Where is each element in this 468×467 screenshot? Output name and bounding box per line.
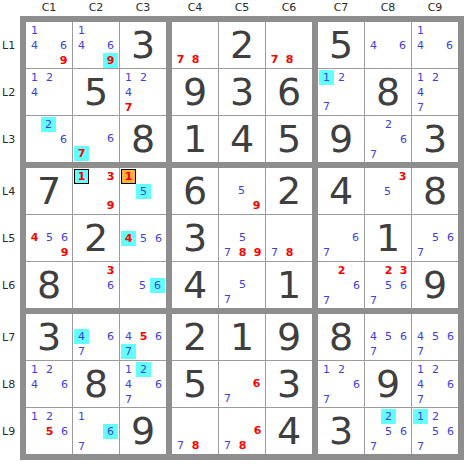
candidate-2[interactable]: 2 xyxy=(41,117,56,132)
candidate-7[interactable]: 7 xyxy=(319,293,334,308)
candidate-7[interactable]: 7 xyxy=(74,344,89,359)
cell-L1C6[interactable]: 78 xyxy=(266,22,312,68)
candidate-1[interactable]: 1 xyxy=(319,70,334,85)
cell-L6C6[interactable]: 1 xyxy=(266,262,312,308)
candidate-8[interactable]: 8 xyxy=(188,438,203,453)
candidate-2[interactable]: 2 xyxy=(381,409,396,424)
candidate-5[interactable]: 5 xyxy=(380,184,395,199)
cell-L7C8[interactable]: 4567 xyxy=(365,314,411,360)
cell-L3C1[interactable]: 26 xyxy=(26,116,72,162)
candidate-6[interactable]: 6 xyxy=(349,278,364,293)
column-label-C7: C7 xyxy=(318,0,364,16)
candidate-1[interactable]: 1 xyxy=(413,70,428,85)
candidate-6[interactable]: 6 xyxy=(348,230,363,245)
candidate-1[interactable]: 1 xyxy=(121,169,136,184)
cell-L8C7[interactable]: 1267 xyxy=(318,361,364,407)
column-label-C6: C6 xyxy=(266,0,312,16)
cell-value: 8 xyxy=(84,365,108,403)
cell-L2C8[interactable]: 8 xyxy=(365,69,411,115)
cell-L8C4[interactable]: 5 xyxy=(172,361,218,407)
cell-L9C3[interactable]: 9 xyxy=(120,408,166,454)
candidate-5[interactable]: 5 xyxy=(234,183,249,198)
cell-L9C7[interactable]: 3 xyxy=(318,408,364,454)
cell-L6C8[interactable]: 23567 xyxy=(365,262,411,308)
candidate-7[interactable]: 7 xyxy=(121,100,136,115)
cell-value: 7 xyxy=(37,172,61,210)
candidate-4[interactable]: 4 xyxy=(74,329,89,344)
cell-L4C4[interactable]: 6 xyxy=(172,168,218,214)
cell-value: 4 xyxy=(277,412,301,450)
cell-value: 5 xyxy=(329,26,353,64)
candidate-4[interactable]: 4 xyxy=(121,377,136,392)
candidate-1[interactable]: 1 xyxy=(27,23,42,38)
candidate-6[interactable]: 6 xyxy=(56,38,71,53)
cell-L7C4[interactable]: 2 xyxy=(172,314,218,360)
box-2: 78278936145 xyxy=(172,22,312,162)
cell-L9C9[interactable]: 12567 xyxy=(412,408,458,454)
cell-L5C4[interactable]: 3 xyxy=(172,215,218,261)
candidate-8[interactable]: 8 xyxy=(282,52,297,67)
candidate-2[interactable]: 2 xyxy=(136,70,151,85)
cell-L7C3[interactable]: 4567 xyxy=(120,314,166,360)
cell-L1C5[interactable]: 2 xyxy=(219,22,265,68)
cell-L1C2[interactable]: 1469 xyxy=(73,22,119,68)
cell-L2C5[interactable]: 3 xyxy=(219,69,265,115)
candidate-2[interactable]: 2 xyxy=(42,409,57,424)
column-label-group-1: C1C2C3 xyxy=(26,0,166,16)
box-3: 5461461278124792673 xyxy=(318,22,458,162)
cell-L8C3[interactable]: 12467 xyxy=(120,361,166,407)
cell-L7C6[interactable]: 9 xyxy=(266,314,312,360)
candidate-4[interactable]: 4 xyxy=(413,377,428,392)
cell-value: 1 xyxy=(183,120,207,158)
row-label-L3: L3 xyxy=(0,116,20,162)
candidate-2[interactable]: 2 xyxy=(42,362,57,377)
cell-value: 3 xyxy=(131,26,155,64)
cell-L4C7[interactable]: 4 xyxy=(318,168,364,214)
candidate-4[interactable]: 4 xyxy=(121,329,136,344)
cell-L7C1[interactable]: 3 xyxy=(26,314,72,360)
cell-L8C9[interactable]: 12467 xyxy=(412,361,458,407)
candidate-3[interactable]: 3 xyxy=(103,263,118,278)
cell-value: 9 xyxy=(329,120,353,158)
candidate-1[interactable]: 1 xyxy=(121,362,136,377)
candidate-3[interactable]: 3 xyxy=(396,263,411,278)
candidate-4[interactable]: 4 xyxy=(74,38,89,53)
cell-value: 1 xyxy=(230,318,254,356)
candidate-4[interactable]: 4 xyxy=(27,85,42,100)
cell-value: 5 xyxy=(183,365,207,403)
cell-L5C6[interactable]: 78 xyxy=(266,215,312,261)
cell-L7C7[interactable]: 8 xyxy=(318,314,364,360)
candidate-5[interactable]: 5 xyxy=(42,424,57,439)
candidate-7[interactable]: 7 xyxy=(413,392,428,407)
board-row: L1L2L3L4L5L6L7L8L9 146914693124512472667… xyxy=(0,16,468,460)
candidate-5[interactable]: 5 xyxy=(428,424,443,439)
cell-value: 8 xyxy=(37,266,61,304)
cell-L2C1[interactable]: 124 xyxy=(26,69,72,115)
cell-L2C2[interactable]: 5 xyxy=(73,69,119,115)
cell-L9C8[interactable]: 2567 xyxy=(365,408,411,454)
box-5: 659235789784571 xyxy=(172,168,312,308)
cell-L5C8[interactable]: 1 xyxy=(365,215,411,261)
candidate-5[interactable]: 5 xyxy=(235,230,250,245)
cell-L2C4[interactable]: 9 xyxy=(172,69,218,115)
candidate-7[interactable]: 7 xyxy=(173,438,188,453)
column-label-group-3: C7C8C9 xyxy=(318,0,458,16)
cell-value: 2 xyxy=(183,318,207,356)
candidate-5[interactable]: 5 xyxy=(136,184,151,199)
column-label-C8: C8 xyxy=(365,0,411,16)
candidate-7[interactable]: 7 xyxy=(220,438,235,453)
row-label-L6: L6 xyxy=(0,262,20,308)
cell-L2C7[interactable]: 127 xyxy=(318,69,364,115)
candidate-2[interactable]: 2 xyxy=(42,70,57,85)
box-6: 4358671567267235679 xyxy=(318,168,458,308)
row-labels: L1L2L3L4L5L6L7L8L9 xyxy=(0,16,20,454)
candidate-5[interactable]: 5 xyxy=(381,424,396,439)
candidate-7[interactable]: 7 xyxy=(413,344,428,359)
cell-value: 9 xyxy=(376,365,400,403)
candidate-6[interactable]: 6 xyxy=(443,329,458,344)
cell-L5C5[interactable]: 5789 xyxy=(219,215,265,261)
candidate-6[interactable]: 6 xyxy=(443,377,458,392)
candidate-6[interactable]: 6 xyxy=(395,38,410,53)
cell-L9C4[interactable]: 78 xyxy=(172,408,218,454)
candidate-3[interactable]: 3 xyxy=(395,169,410,184)
candidate-2[interactable]: 2 xyxy=(381,117,396,132)
candidate-1[interactable]: 1 xyxy=(74,409,89,424)
box-9: 84567456712679124673256712567 xyxy=(318,314,458,454)
cell-value: 3 xyxy=(183,219,207,257)
cell-L3C4[interactable]: 1 xyxy=(172,116,218,162)
candidate-2[interactable]: 2 xyxy=(334,362,349,377)
candidate-6[interactable]: 6 xyxy=(442,38,457,53)
column-label-C4: C4 xyxy=(172,0,218,16)
cell-value: 6 xyxy=(277,73,301,111)
cell-value: 3 xyxy=(329,412,353,450)
candidate-7[interactable]: 7 xyxy=(319,245,334,260)
candidate-2[interactable]: 2 xyxy=(428,70,443,85)
cell-value: 5 xyxy=(277,120,301,158)
cell-L6C4[interactable]: 4 xyxy=(172,262,218,308)
candidate-7[interactable]: 7 xyxy=(74,439,89,454)
candidate-6[interactable]: 6 xyxy=(396,424,411,439)
cell-L8C6[interactable]: 3 xyxy=(266,361,312,407)
row-label-L4: L4 xyxy=(0,168,20,214)
candidate-8[interactable]: 8 xyxy=(188,52,203,67)
row-label-L1: L1 xyxy=(0,22,20,68)
cell-value: 8 xyxy=(329,318,353,356)
candidate-6[interactable]: 6 xyxy=(151,329,166,344)
cell-value: 3 xyxy=(37,318,61,356)
candidate-7[interactable]: 7 xyxy=(366,293,381,308)
candidate-1[interactable]: 1 xyxy=(413,23,428,38)
candidate-9[interactable]: 9 xyxy=(57,245,72,260)
cell-value: 3 xyxy=(230,73,254,111)
cell-value: 9 xyxy=(277,318,301,356)
candidate-6[interactable]: 6 xyxy=(396,132,411,147)
row-label-L8: L8 xyxy=(0,361,20,407)
cell-L4C3[interactable]: 15 xyxy=(120,168,166,214)
cell-value: 8 xyxy=(376,73,400,111)
candidate-7[interactable]: 7 xyxy=(413,245,428,260)
candidate-2[interactable]: 2 xyxy=(381,263,396,278)
candidate-4[interactable]: 4 xyxy=(27,230,42,245)
corner-spacer xyxy=(0,0,26,16)
column-label-C5: C5 xyxy=(219,0,265,16)
candidate-4[interactable]: 4 xyxy=(366,329,381,344)
candidate-6[interactable]: 6 xyxy=(57,424,72,439)
candidate-1[interactable]: 1 xyxy=(27,362,42,377)
row-label-L9: L9 xyxy=(0,408,20,454)
cell-L5C3[interactable]: 456 xyxy=(120,215,166,261)
candidate-1[interactable]: 1 xyxy=(121,70,136,85)
candidate-7[interactable]: 7 xyxy=(413,439,428,454)
cell-L3C6[interactable]: 5 xyxy=(266,116,312,162)
candidate-7[interactable]: 7 xyxy=(366,344,381,359)
candidate-4[interactable]: 4 xyxy=(413,38,428,53)
cell-L5C2[interactable]: 2 xyxy=(73,215,119,261)
cell-L1C1[interactable]: 1469 xyxy=(26,22,72,68)
cell-value: 4 xyxy=(183,266,207,304)
row-label-L5: L5 xyxy=(0,215,20,261)
candidate-7[interactable]: 7 xyxy=(319,99,334,114)
candidate-2[interactable]: 2 xyxy=(428,362,443,377)
candidate-5[interactable]: 5 xyxy=(135,278,150,293)
cell-value: 3 xyxy=(423,120,447,158)
candidate-6[interactable]: 6 xyxy=(103,38,118,53)
row-label-group-2: L4L5L6 xyxy=(0,168,20,308)
candidate-6[interactable]: 6 xyxy=(443,424,458,439)
cell-value: 2 xyxy=(230,26,254,64)
cell-L6C7[interactable]: 267 xyxy=(318,262,364,308)
candidate-5[interactable]: 5 xyxy=(428,230,443,245)
box-4: 7139154569245683656 xyxy=(26,168,166,308)
candidate-9[interactable]: 9 xyxy=(56,53,71,68)
candidate-7[interactable]: 7 xyxy=(267,52,282,67)
box-1: 1469146931245124726678 xyxy=(26,22,166,162)
cell-L5C9[interactable]: 567 xyxy=(412,215,458,261)
candidate-4[interactable]: 4 xyxy=(27,377,42,392)
candidate-6[interactable]: 6 xyxy=(151,377,166,392)
cell-L5C1[interactable]: 4569 xyxy=(26,215,72,261)
candidate-7[interactable]: 7 xyxy=(220,245,235,260)
candidate-6[interactable]: 6 xyxy=(250,423,265,438)
cell-L3C9[interactable]: 3 xyxy=(412,116,458,162)
candidate-9[interactable]: 9 xyxy=(250,245,265,260)
cell-L7C9[interactable]: 4567 xyxy=(412,314,458,360)
candidate-7[interactable]: 7 xyxy=(319,392,334,407)
cell-L4C5[interactable]: 59 xyxy=(219,168,265,214)
candidate-7[interactable]: 7 xyxy=(267,245,282,260)
candidate-4[interactable]: 4 xyxy=(366,38,381,53)
cell-L9C5[interactable]: 678 xyxy=(219,408,265,454)
cell-value: 9 xyxy=(423,266,447,304)
cell-L1C4[interactable]: 78 xyxy=(172,22,218,68)
cell-L4C8[interactable]: 35 xyxy=(365,168,411,214)
candidate-9[interactable]: 9 xyxy=(103,198,118,213)
cell-L1C9[interactable]: 146 xyxy=(412,22,458,68)
cell-L4C6[interactable]: 2 xyxy=(266,168,312,214)
cell-L1C7[interactable]: 5 xyxy=(318,22,364,68)
cell-L6C5[interactable]: 57 xyxy=(219,262,265,308)
cell-L2C6[interactable]: 6 xyxy=(266,69,312,115)
cell-L7C2[interactable]: 467 xyxy=(73,314,119,360)
cell-L6C3[interactable]: 56 xyxy=(120,262,166,308)
candidate-7[interactable]: 7 xyxy=(121,344,136,359)
candidate-6[interactable]: 6 xyxy=(349,377,364,392)
candidate-4[interactable]: 4 xyxy=(413,329,428,344)
cell-L2C9[interactable]: 1247 xyxy=(412,69,458,115)
cell-L3C5[interactable]: 4 xyxy=(219,116,265,162)
cell-value: 9 xyxy=(131,412,155,450)
row-label-L2: L2 xyxy=(0,69,20,115)
candidate-1[interactable]: 1 xyxy=(413,362,428,377)
candidate-3[interactable]: 3 xyxy=(103,169,118,184)
candidate-6[interactable]: 6 xyxy=(396,278,411,293)
candidate-7[interactable]: 7 xyxy=(74,146,89,161)
cell-L6C1[interactable]: 8 xyxy=(26,262,72,308)
candidate-2[interactable]: 2 xyxy=(334,263,349,278)
candidate-1[interactable]: 1 xyxy=(74,23,89,38)
sudoku-board: 1469146931245124726678782789361455461461… xyxy=(20,16,464,460)
sudoku-app: C1C2C3C4C5C6C7C8C9 L1L2L3L4L5L6L7L8L9 14… xyxy=(0,0,468,467)
cell-L8C8[interactable]: 9 xyxy=(365,361,411,407)
cell-value: 5 xyxy=(84,73,108,111)
candidate-6[interactable]: 6 xyxy=(150,278,165,293)
candidate-8[interactable]: 8 xyxy=(282,245,297,260)
cell-L5C7[interactable]: 67 xyxy=(318,215,364,261)
cell-value: 1 xyxy=(277,266,301,304)
candidate-4[interactable]: 4 xyxy=(413,85,428,100)
box-7: 34674567124681246712561679 xyxy=(26,314,166,454)
candidate-9[interactable]: 9 xyxy=(249,198,264,213)
cell-L7C5[interactable]: 1 xyxy=(219,314,265,360)
candidate-7[interactable]: 7 xyxy=(220,391,235,406)
candidate-2[interactable]: 2 xyxy=(428,409,443,424)
cell-L4C1[interactable]: 7 xyxy=(26,168,72,214)
candidate-7[interactable]: 7 xyxy=(413,100,428,115)
candidate-7[interactable]: 7 xyxy=(173,52,188,67)
cell-value: 4 xyxy=(230,120,254,158)
cell-L4C9[interactable]: 8 xyxy=(412,168,458,214)
candidate-8[interactable]: 8 xyxy=(235,245,250,260)
cell-value: 9 xyxy=(183,73,207,111)
candidate-9[interactable]: 9 xyxy=(103,53,118,68)
column-labels: C1C2C3C4C5C6C7C8C9 xyxy=(26,0,458,16)
candidate-7[interactable]: 7 xyxy=(220,292,235,307)
candidate-6[interactable]: 6 xyxy=(103,329,118,344)
cell-L6C9[interactable]: 9 xyxy=(412,262,458,308)
candidate-5[interactable]: 5 xyxy=(381,329,396,344)
candidate-6[interactable]: 6 xyxy=(57,377,72,392)
cell-L6C2[interactable]: 36 xyxy=(73,262,119,308)
candidate-6[interactable]: 6 xyxy=(151,231,166,246)
candidate-2[interactable]: 2 xyxy=(334,70,349,85)
cell-L3C3[interactable]: 8 xyxy=(120,116,166,162)
column-label-C3: C3 xyxy=(120,0,166,16)
cell-L2C3[interactable]: 1247 xyxy=(120,69,166,115)
candidate-7[interactable]: 7 xyxy=(366,147,381,162)
column-label-C9: C9 xyxy=(412,0,458,16)
candidate-7[interactable]: 7 xyxy=(366,439,381,454)
cell-value: 4 xyxy=(329,172,353,210)
cell-L8C2[interactable]: 8 xyxy=(73,361,119,407)
candidate-5[interactable]: 5 xyxy=(428,329,443,344)
cell-value: 2 xyxy=(277,172,301,210)
cell-L3C7[interactable]: 9 xyxy=(318,116,364,162)
candidate-6[interactable]: 6 xyxy=(443,230,458,245)
cell-value: 8 xyxy=(423,172,447,210)
row-label-group-1: L1L2L3 xyxy=(0,22,20,162)
cell-L8C1[interactable]: 1246 xyxy=(26,361,72,407)
candidate-5[interactable]: 5 xyxy=(381,278,396,293)
candidate-4[interactable]: 4 xyxy=(121,231,136,246)
cell-L3C2[interactable]: 67 xyxy=(73,116,119,162)
column-label-C1: C1 xyxy=(26,0,72,16)
row-label-group-3: L7L8L9 xyxy=(0,314,20,454)
cell-L4C2[interactable]: 139 xyxy=(73,168,119,214)
candidate-6[interactable]: 6 xyxy=(103,424,118,439)
candidate-6[interactable]: 6 xyxy=(103,131,118,146)
candidate-4[interactable]: 4 xyxy=(121,85,136,100)
candidate-8[interactable]: 8 xyxy=(235,438,250,453)
candidate-6[interactable]: 6 xyxy=(103,278,118,293)
candidate-5[interactable]: 5 xyxy=(235,277,250,292)
candidate-6[interactable]: 6 xyxy=(396,329,411,344)
row-label-L7: L7 xyxy=(0,314,20,360)
cell-value: 2 xyxy=(84,219,108,257)
column-header-row: C1C2C3C4C5C6C7C8C9 xyxy=(0,0,468,16)
candidate-5[interactable]: 5 xyxy=(42,230,57,245)
candidate-1[interactable]: 1 xyxy=(27,409,42,424)
cell-L9C2[interactable]: 167 xyxy=(73,408,119,454)
candidate-6[interactable]: 6 xyxy=(56,132,71,147)
cell-L1C3[interactable]: 3 xyxy=(120,22,166,68)
candidate-2[interactable]: 2 xyxy=(136,362,151,377)
candidate-4[interactable]: 4 xyxy=(27,38,42,53)
candidate-7[interactable]: 7 xyxy=(121,392,136,407)
column-label-C2: C2 xyxy=(73,0,119,16)
cell-value: 8 xyxy=(131,120,155,158)
cell-L8C5[interactable]: 67 xyxy=(219,361,265,407)
candidate-6[interactable]: 6 xyxy=(57,230,72,245)
candidate-5[interactable]: 5 xyxy=(136,231,151,246)
candidate-6[interactable]: 6 xyxy=(249,376,264,391)
candidate-1[interactable]: 1 xyxy=(74,169,89,184)
candidate-1[interactable]: 1 xyxy=(319,362,334,377)
cell-value: 3 xyxy=(277,365,301,403)
cell-L9C6[interactable]: 4 xyxy=(266,408,312,454)
cell-value: 1 xyxy=(376,219,400,257)
cell-value: 6 xyxy=(183,172,207,210)
box-8: 2195673786784 xyxy=(172,314,312,454)
column-label-group-2: C4C5C6 xyxy=(172,0,312,16)
cell-L9C1[interactable]: 1256 xyxy=(26,408,72,454)
candidate-1[interactable]: 1 xyxy=(27,70,42,85)
cell-L1C8[interactable]: 46 xyxy=(365,22,411,68)
candidate-5[interactable]: 5 xyxy=(136,329,151,344)
cell-L3C8[interactable]: 267 xyxy=(365,116,411,162)
candidate-1[interactable]: 1 xyxy=(413,409,428,424)
